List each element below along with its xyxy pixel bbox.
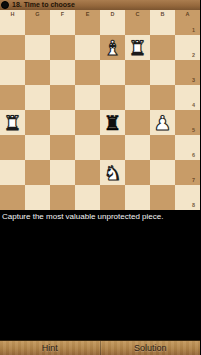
square-c3[interactable] bbox=[125, 60, 150, 85]
square-b8[interactable] bbox=[150, 185, 175, 210]
square-g6[interactable] bbox=[25, 135, 50, 160]
piece-white-bishop-d2[interactable]: ♝ bbox=[100, 35, 125, 60]
square-e1[interactable] bbox=[75, 10, 100, 35]
square-a8[interactable] bbox=[175, 185, 200, 210]
square-g1[interactable] bbox=[25, 10, 50, 35]
square-g4[interactable] bbox=[25, 85, 50, 110]
square-f6[interactable] bbox=[50, 135, 75, 160]
square-c1[interactable] bbox=[125, 10, 150, 35]
square-c7[interactable] bbox=[125, 160, 150, 185]
square-a1[interactable] bbox=[175, 10, 200, 35]
square-d4[interactable] bbox=[100, 85, 125, 110]
square-h3[interactable] bbox=[0, 60, 25, 85]
square-d6[interactable] bbox=[100, 135, 125, 160]
square-h6[interactable] bbox=[0, 135, 25, 160]
square-c4[interactable] bbox=[125, 85, 150, 110]
square-f3[interactable] bbox=[50, 60, 75, 85]
square-g7[interactable] bbox=[25, 160, 50, 185]
square-d3[interactable] bbox=[100, 60, 125, 85]
square-f2[interactable] bbox=[50, 35, 75, 60]
square-h4[interactable] bbox=[0, 85, 25, 110]
puzzle-title: 18. Time to choose bbox=[12, 0, 75, 10]
square-a3[interactable] bbox=[175, 60, 200, 85]
piece-white-rook-c2[interactable]: ♜ bbox=[125, 35, 150, 60]
square-b7[interactable] bbox=[150, 160, 175, 185]
square-e6[interactable] bbox=[75, 135, 100, 160]
square-f4[interactable] bbox=[50, 85, 75, 110]
square-e7[interactable] bbox=[75, 160, 100, 185]
square-f1[interactable] bbox=[50, 10, 75, 35]
square-g5[interactable] bbox=[25, 110, 50, 135]
square-a2[interactable] bbox=[175, 35, 200, 60]
square-h1[interactable] bbox=[0, 10, 25, 35]
piece-white-pawn-b5[interactable]: ♟ bbox=[150, 110, 175, 135]
piece-white-knight-d7[interactable]: ♞ bbox=[100, 160, 125, 185]
square-e5[interactable] bbox=[75, 110, 100, 135]
square-d8[interactable] bbox=[100, 185, 125, 210]
square-b6[interactable] bbox=[150, 135, 175, 160]
square-b2[interactable] bbox=[150, 35, 175, 60]
square-h2[interactable] bbox=[0, 35, 25, 60]
piece-black-rook-d5[interactable]: ♜ bbox=[100, 110, 125, 135]
square-a6[interactable] bbox=[175, 135, 200, 160]
square-c5[interactable] bbox=[125, 110, 150, 135]
square-e3[interactable] bbox=[75, 60, 100, 85]
timer-circle-icon bbox=[1, 1, 9, 9]
square-b4[interactable] bbox=[150, 85, 175, 110]
square-g3[interactable] bbox=[25, 60, 50, 85]
square-e4[interactable] bbox=[75, 85, 100, 110]
square-e8[interactable] bbox=[75, 185, 100, 210]
status-bar: 18. Time to choose bbox=[0, 0, 200, 10]
info-panel: Capture the most valuable unprotected pi… bbox=[0, 210, 200, 340]
square-f5[interactable] bbox=[50, 110, 75, 135]
square-d1[interactable] bbox=[100, 10, 125, 35]
square-e2[interactable] bbox=[75, 35, 100, 60]
puzzle-instruction: Capture the most valuable unprotected pi… bbox=[2, 212, 198, 222]
square-c8[interactable] bbox=[125, 185, 150, 210]
square-b1[interactable] bbox=[150, 10, 175, 35]
square-g8[interactable] bbox=[25, 185, 50, 210]
square-f8[interactable] bbox=[50, 185, 75, 210]
square-b3[interactable] bbox=[150, 60, 175, 85]
square-h8[interactable] bbox=[0, 185, 25, 210]
square-h7[interactable] bbox=[0, 160, 25, 185]
hint-button[interactable]: Hint bbox=[0, 341, 100, 355]
square-a7[interactable] bbox=[175, 160, 200, 185]
solution-button[interactable]: Solution bbox=[100, 341, 201, 355]
square-a5[interactable] bbox=[175, 110, 200, 135]
square-c6[interactable] bbox=[125, 135, 150, 160]
piece-white-rook-h5[interactable]: ♜ bbox=[0, 110, 25, 135]
square-g2[interactable] bbox=[25, 35, 50, 60]
square-f7[interactable] bbox=[50, 160, 75, 185]
chess-board: HGFEDCBA12345678♝♜♜♜♟♞ bbox=[0, 10, 200, 210]
bottom-button-bar: Hint Solution bbox=[0, 340, 200, 355]
square-a4[interactable] bbox=[175, 85, 200, 110]
